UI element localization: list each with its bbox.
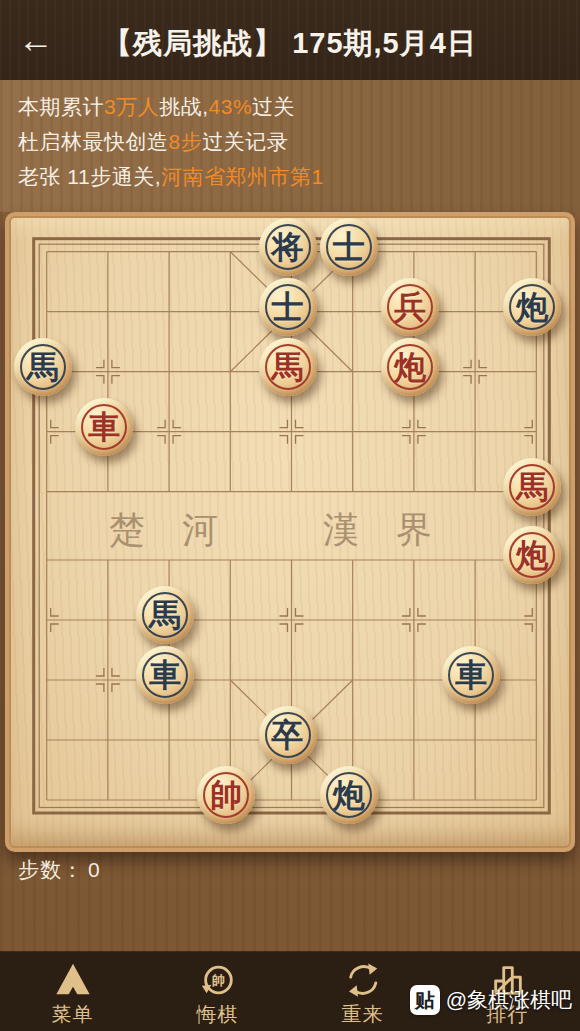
river-label-han: 漢 界 bbox=[323, 506, 446, 555]
piece-glyph: 帥 bbox=[210, 779, 242, 811]
restart-icon bbox=[344, 961, 382, 999]
piece-red-soldier[interactable]: 兵 bbox=[381, 278, 439, 336]
piece-red-general[interactable]: 帥 bbox=[197, 766, 255, 824]
piece-glyph: 炮 bbox=[516, 539, 548, 571]
stats-line-participants: 本期累计3万人挑战,43%过关 bbox=[0, 89, 580, 124]
piece-glyph: 車 bbox=[455, 659, 487, 691]
piece-black-cannon[interactable]: 炮 bbox=[503, 278, 561, 336]
piece-black-horse[interactable]: 馬 bbox=[14, 338, 72, 396]
menu-button[interactable]: 菜单 bbox=[0, 952, 145, 1031]
undo-label: 悔棋 bbox=[197, 1001, 239, 1028]
piece-glyph: 士 bbox=[272, 291, 304, 323]
piece-black-chariot[interactable]: 車 bbox=[136, 646, 194, 704]
piece-glyph: 馬 bbox=[272, 351, 304, 383]
move-counter-label: 步数： bbox=[18, 858, 84, 881]
move-counter: 步数：0 bbox=[18, 856, 101, 884]
stats-line-record: 杜启林最快创造8步过关记录 bbox=[0, 124, 580, 159]
restart-label: 重来 bbox=[342, 1001, 384, 1028]
watermark: 贴 @象棋涨棋吧 bbox=[410, 985, 572, 1015]
piece-glyph: 炮 bbox=[333, 779, 365, 811]
piece-black-chariot[interactable]: 車 bbox=[442, 646, 500, 704]
page-title: 【残局挑战】 175期,5月4日 bbox=[0, 24, 580, 64]
piece-black-general[interactable]: 将 bbox=[259, 218, 317, 276]
piece-glyph: 卒 bbox=[272, 719, 304, 751]
bottom-toolbar: 菜单 帥 悔棋 重来 排行 贴 @象棋涨棋吧 bbox=[0, 952, 580, 1031]
piece-glyph: 馬 bbox=[516, 471, 548, 503]
piece-glyph: 炮 bbox=[394, 351, 426, 383]
piece-red-cannon[interactable]: 炮 bbox=[503, 526, 561, 584]
piece-black-cannon[interactable]: 炮 bbox=[320, 766, 378, 824]
piece-glyph: 炮 bbox=[516, 291, 548, 323]
xiangqi-board[interactable]: 楚 河 漢 界 将士士兵炮馬馬炮車馬炮馬車車卒帥炮 bbox=[5, 212, 575, 852]
piece-red-cannon[interactable]: 炮 bbox=[381, 338, 439, 396]
move-counter-value: 0 bbox=[88, 858, 101, 881]
undo-icon: 帥 bbox=[199, 961, 237, 999]
watermark-text: @象棋涨棋吧 bbox=[446, 986, 572, 1014]
piece-red-horse[interactable]: 馬 bbox=[259, 338, 317, 396]
piece-black-advisor[interactable]: 士 bbox=[259, 278, 317, 336]
menu-label: 菜单 bbox=[52, 1001, 94, 1028]
svg-text:帥: 帥 bbox=[211, 973, 224, 988]
challenge-stats: 本期累计3万人挑战,43%过关 杜启林最快创造8步过关记录 老张 11步通关,河… bbox=[0, 80, 580, 212]
river-label-chu: 楚 河 bbox=[109, 506, 232, 555]
piece-glyph: 車 bbox=[149, 659, 181, 691]
piece-glyph: 車 bbox=[88, 411, 120, 443]
piece-black-advisor[interactable]: 士 bbox=[320, 218, 378, 276]
piece-red-chariot[interactable]: 車 bbox=[75, 398, 133, 456]
piece-red-horse[interactable]: 馬 bbox=[503, 458, 561, 516]
piece-glyph: 士 bbox=[333, 231, 365, 263]
app-header: ← 【残局挑战】 175期,5月4日 bbox=[0, 0, 580, 80]
piece-black-soldier[interactable]: 卒 bbox=[259, 706, 317, 764]
piece-glyph: 馬 bbox=[27, 351, 59, 383]
stats-line-player: 老张 11步通关,河南省郑州市第1 bbox=[0, 159, 580, 194]
piece-glyph: 馬 bbox=[149, 599, 181, 631]
undo-button[interactable]: 帥 悔棋 bbox=[145, 952, 290, 1031]
piece-black-horse[interactable]: 馬 bbox=[136, 586, 194, 644]
piece-glyph: 兵 bbox=[394, 291, 426, 323]
watermark-badge: 贴 bbox=[410, 985, 440, 1015]
piece-glyph: 将 bbox=[272, 231, 304, 263]
menu-icon bbox=[54, 961, 92, 999]
